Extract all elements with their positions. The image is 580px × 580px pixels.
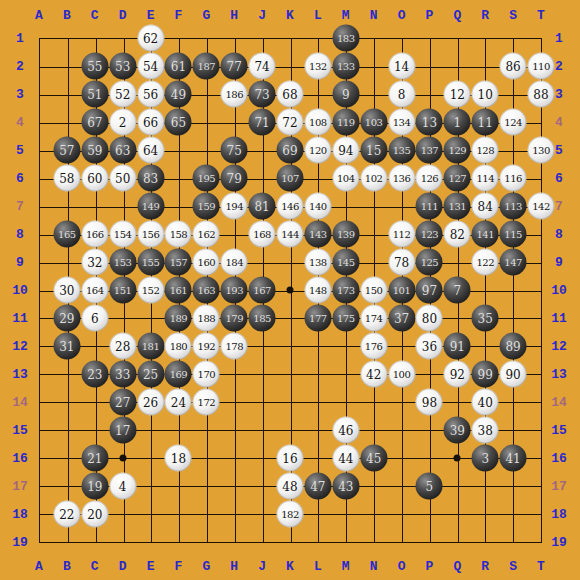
stone-white-188-G11[interactable]: 188	[193, 305, 220, 332]
stone-white-40-R14[interactable]: 40	[472, 389, 499, 416]
stone-number: 164	[86, 286, 104, 296]
stone-white-136-O6[interactable]: 136	[388, 165, 415, 192]
stone-black-149-E7[interactable]: 149	[137, 193, 164, 220]
stone-white-52-D3[interactable]: 52	[109, 81, 136, 108]
stone-black-83-E6[interactable]: 83	[137, 165, 164, 192]
stone-white-94-M5[interactable]: 94	[332, 137, 359, 164]
col-label-top-P: P	[426, 8, 434, 23]
stone-black-15-N5[interactable]: 15	[360, 137, 387, 164]
stone-black-195-G6[interactable]: 195	[193, 165, 220, 192]
stone-number: 146	[281, 202, 299, 212]
stone-number: 90	[505, 369, 520, 381]
grid-cell	[263, 374, 291, 402]
stone-number: 170	[198, 370, 216, 380]
stone-number: 10	[478, 89, 493, 101]
stone-black-45-N16[interactable]: 45	[360, 445, 387, 472]
stone-white-4-D17[interactable]: 4	[109, 473, 136, 500]
row-label-left-13: 13	[12, 367, 28, 382]
stone-black-127-Q6[interactable]: 127	[444, 165, 471, 192]
stone-white-170-G13[interactable]: 170	[193, 361, 220, 388]
stone-number: 163	[198, 286, 216, 296]
col-label-bottom-H: H	[230, 559, 238, 574]
stone-white-60-C6[interactable]: 60	[81, 165, 108, 192]
stone-white-80-P11[interactable]: 80	[416, 305, 443, 332]
stone-white-146-K7[interactable]: 146	[277, 193, 304, 220]
stone-number: 148	[309, 286, 327, 296]
stone-black-173-M10[interactable]: 173	[332, 277, 359, 304]
stone-black-125-P9[interactable]: 125	[416, 249, 443, 276]
stone-white-56-E3[interactable]: 56	[137, 81, 164, 108]
grid-cell	[318, 374, 346, 402]
stone-number: 92	[450, 369, 465, 381]
stone-white-104-M6[interactable]: 104	[332, 165, 359, 192]
hoshi-point-K10	[287, 287, 294, 294]
stone-black-107-K6[interactable]: 107	[277, 165, 304, 192]
stone-number: 27	[115, 397, 130, 409]
stone-number: 187	[198, 62, 216, 72]
stone-number: 37	[394, 313, 409, 325]
stone-number: 165	[58, 230, 76, 240]
stone-white-172-G14[interactable]: 172	[193, 389, 220, 416]
stone-number: 141	[476, 230, 494, 240]
stone-number: 195	[198, 174, 216, 184]
stone-number: 99	[478, 369, 493, 381]
stone-black-183-M1[interactable]: 183	[332, 25, 359, 52]
stone-white-130-T5[interactable]: 130	[528, 137, 555, 164]
stone-black-175-M11[interactable]: 175	[332, 305, 359, 332]
stone-white-194-H7[interactable]: 194	[221, 193, 248, 220]
stone-number: 142	[532, 202, 550, 212]
stone-number: 160	[198, 258, 216, 268]
stone-black-47-L17[interactable]: 47	[304, 473, 331, 500]
stone-white-150-N10[interactable]: 150	[360, 277, 387, 304]
stone-black-147-S9[interactable]: 147	[500, 249, 527, 276]
grid-cell	[458, 39, 486, 67]
stone-number: 122	[476, 258, 494, 268]
stone-white-144-K8[interactable]: 144	[277, 221, 304, 248]
stone-white-54-E2[interactable]: 54	[137, 53, 164, 80]
stone-number: 44	[338, 453, 353, 465]
stone-number: 22	[59, 509, 74, 521]
stone-number: 192	[198, 342, 216, 352]
stone-number: 6	[91, 313, 99, 325]
stone-white-20-C18[interactable]: 20	[81, 501, 108, 528]
stone-white-100-O13[interactable]: 100	[388, 361, 415, 388]
stone-black-119-M4[interactable]: 119	[332, 109, 359, 136]
stone-white-192-G12[interactable]: 192	[193, 333, 220, 360]
stone-number: 45	[366, 453, 381, 465]
col-label-top-D: D	[119, 8, 127, 23]
stone-white-68-K3[interactable]: 68	[277, 81, 304, 108]
stone-white-18-F16[interactable]: 18	[165, 445, 192, 472]
stone-white-152-E10[interactable]: 152	[137, 277, 164, 304]
grid-cell	[513, 486, 541, 514]
stone-white-42-N13[interactable]: 42	[360, 361, 387, 388]
stone-white-184-H9[interactable]: 184	[221, 249, 248, 276]
stone-white-78-O9[interactable]: 78	[388, 249, 415, 276]
stone-number: 13	[422, 117, 437, 129]
stone-black-179-H11[interactable]: 179	[221, 305, 248, 332]
stone-number: 128	[476, 146, 494, 156]
stone-number: 74	[254, 61, 269, 73]
stone-number: 38	[478, 425, 493, 437]
stone-white-142-T7[interactable]: 142	[528, 193, 555, 220]
stone-white-108-L4[interactable]: 108	[304, 109, 331, 136]
stone-number: 3	[481, 453, 489, 465]
stone-black-1-Q4[interactable]: 1	[444, 109, 471, 136]
stone-number: 51	[87, 89, 102, 101]
stone-number: 11	[478, 117, 493, 129]
stone-number: 113	[504, 202, 522, 212]
stone-number: 49	[171, 89, 186, 101]
stone-white-174-N11[interactable]: 174	[360, 305, 387, 332]
row-label-right-5: 5	[555, 143, 563, 158]
stone-black-9-M3[interactable]: 9	[332, 81, 359, 108]
stone-black-73-J3[interactable]: 73	[249, 81, 276, 108]
stone-white-176-N12[interactable]: 176	[360, 333, 387, 360]
stone-black-37-O11[interactable]: 37	[388, 305, 415, 332]
stone-black-155-E9[interactable]: 155	[137, 249, 164, 276]
stone-black-35-R11[interactable]: 35	[472, 305, 499, 332]
grid-cell	[207, 486, 235, 514]
stone-black-111-P7[interactable]: 111	[416, 193, 443, 220]
stone-white-72-K4[interactable]: 72	[277, 109, 304, 136]
stone-number: 114	[476, 174, 494, 184]
stone-black-71-J4[interactable]: 71	[249, 109, 276, 136]
row-label-left-9: 9	[16, 255, 24, 270]
stone-white-156-E8[interactable]: 156	[137, 221, 164, 248]
stone-white-64-E5[interactable]: 64	[137, 137, 164, 164]
stone-number: 5	[426, 481, 434, 493]
stone-black-133-M2[interactable]: 133	[332, 53, 359, 80]
stone-white-164-C10[interactable]: 164	[81, 277, 108, 304]
stone-white-50-D6[interactable]: 50	[109, 165, 136, 192]
stone-white-116-S6[interactable]: 116	[500, 165, 527, 192]
col-label-bottom-M: M	[342, 559, 350, 574]
stone-white-62-E1[interactable]: 62	[137, 25, 164, 52]
stone-number: 36	[422, 341, 437, 353]
stone-white-160-G9[interactable]: 160	[193, 249, 220, 276]
stone-black-75-H5[interactable]: 75	[221, 137, 248, 164]
stone-black-49-F3[interactable]: 49	[165, 81, 192, 108]
stone-white-148-L10[interactable]: 148	[304, 277, 331, 304]
stone-black-99-R13[interactable]: 99	[472, 361, 499, 388]
stone-number: 14	[394, 61, 409, 73]
stone-number: 184	[225, 258, 243, 268]
stone-white-12-Q3[interactable]: 12	[444, 81, 471, 108]
grid-cell	[40, 95, 68, 123]
row-label-left-19: 19	[12, 535, 28, 550]
stone-black-153-D9[interactable]: 153	[109, 249, 136, 276]
stone-black-67-C4[interactable]: 67	[81, 109, 108, 136]
col-label-bottom-R: R	[481, 559, 489, 574]
stone-number: 7	[454, 285, 462, 297]
stone-white-46-M15[interactable]: 46	[332, 417, 359, 444]
stone-number: 132	[309, 62, 327, 72]
stone-white-162-G8[interactable]: 162	[193, 221, 220, 248]
stone-black-53-D2[interactable]: 53	[109, 53, 136, 80]
grid-cell	[430, 514, 458, 542]
stone-white-24-F14[interactable]: 24	[165, 389, 192, 416]
stone-black-43-M17[interactable]: 43	[332, 473, 359, 500]
stone-black-7-Q10[interactable]: 7	[444, 277, 471, 304]
stone-number: 152	[142, 286, 160, 296]
stone-black-165-B8[interactable]: 165	[53, 221, 80, 248]
stone-black-55-C2[interactable]: 55	[81, 53, 108, 80]
stone-black-159-G7[interactable]: 159	[193, 193, 220, 220]
row-label-right-7: 7	[555, 199, 563, 214]
stone-number: 150	[365, 286, 383, 296]
stone-white-28-D12[interactable]: 28	[109, 333, 136, 360]
stone-black-103-N4[interactable]: 103	[360, 109, 387, 136]
stone-white-92-Q13[interactable]: 92	[444, 361, 471, 388]
col-label-top-T: T	[537, 8, 545, 23]
col-label-bottom-P: P	[426, 559, 434, 574]
stone-white-36-P12[interactable]: 36	[416, 333, 443, 360]
stone-number: 134	[393, 118, 411, 128]
stone-white-102-N6[interactable]: 102	[360, 165, 387, 192]
stone-black-81-J7[interactable]: 81	[249, 193, 276, 220]
stone-black-161-F10[interactable]: 161	[165, 277, 192, 304]
stone-black-185-J11[interactable]: 185	[249, 305, 276, 332]
stone-black-139-M8[interactable]: 139	[332, 221, 359, 248]
stone-black-17-D15[interactable]: 17	[109, 417, 136, 444]
stone-white-90-S13[interactable]: 90	[500, 361, 527, 388]
stone-number: 116	[504, 174, 522, 184]
stone-black-141-R8[interactable]: 141	[472, 221, 499, 248]
stone-black-13-P4[interactable]: 13	[416, 109, 443, 136]
stone-black-79-H6[interactable]: 79	[221, 165, 248, 192]
stone-number: 60	[87, 173, 102, 185]
grid-cell	[374, 402, 402, 430]
stone-white-32-C9[interactable]: 32	[81, 249, 108, 276]
stone-white-120-L5[interactable]: 120	[304, 137, 331, 164]
stone-black-33-D13[interactable]: 33	[109, 361, 136, 388]
stone-white-178-H12[interactable]: 178	[221, 333, 248, 360]
stone-number: 17	[115, 425, 130, 437]
stone-number: 19	[87, 481, 102, 493]
stone-white-140-L7[interactable]: 140	[304, 193, 331, 220]
stone-number: 33	[115, 369, 130, 381]
stone-white-128-R5[interactable]: 128	[472, 137, 499, 164]
stone-white-158-F8[interactable]: 158	[165, 221, 192, 248]
row-label-right-9: 9	[555, 255, 563, 270]
row-label-right-13: 13	[551, 367, 567, 382]
stone-number: 175	[337, 314, 355, 324]
col-label-bottom-B: B	[63, 559, 71, 574]
stone-black-11-R4[interactable]: 11	[472, 109, 499, 136]
stone-black-5-P17[interactable]: 5	[416, 473, 443, 500]
stone-number: 112	[393, 230, 411, 240]
stone-number: 86	[505, 61, 520, 73]
stone-black-29-B11[interactable]: 29	[53, 305, 80, 332]
stone-white-132-L2[interactable]: 132	[304, 53, 331, 80]
col-label-bottom-A: A	[35, 559, 43, 574]
stone-black-163-G10[interactable]: 163	[193, 277, 220, 304]
row-label-right-3: 3	[555, 87, 563, 102]
stone-white-186-H3[interactable]: 186	[221, 81, 248, 108]
stone-white-74-J2[interactable]: 74	[249, 53, 276, 80]
stone-black-23-C13[interactable]: 23	[81, 361, 108, 388]
stone-white-58-B6[interactable]: 58	[53, 165, 80, 192]
stone-black-25-E13[interactable]: 25	[137, 361, 164, 388]
stone-black-57-B5[interactable]: 57	[53, 137, 80, 164]
stone-number: 42	[366, 369, 381, 381]
stone-black-39-Q15[interactable]: 39	[444, 417, 471, 444]
stone-white-16-K16[interactable]: 16	[277, 445, 304, 472]
stone-black-135-O5[interactable]: 135	[388, 137, 415, 164]
stone-black-31-B12[interactable]: 31	[53, 333, 80, 360]
stone-black-167-J10[interactable]: 167	[249, 277, 276, 304]
stone-black-151-D10[interactable]: 151	[109, 277, 136, 304]
stone-white-82-Q8[interactable]: 82	[444, 221, 471, 248]
stone-white-138-L9[interactable]: 138	[304, 249, 331, 276]
stone-number: 62	[143, 33, 158, 45]
row-label-right-10: 10	[551, 283, 567, 298]
stone-number: 66	[143, 117, 158, 129]
grid-cell	[458, 486, 486, 514]
stone-number: 8	[398, 89, 406, 101]
grid-cell	[430, 39, 458, 67]
stone-black-65-F4[interactable]: 65	[165, 109, 192, 136]
stone-number: 111	[421, 202, 439, 212]
stone-black-101-O10[interactable]: 101	[388, 277, 415, 304]
stone-white-84-R7[interactable]: 84	[472, 193, 499, 220]
stone-number: 131	[449, 202, 467, 212]
stone-white-2-D4[interactable]: 2	[109, 109, 136, 136]
stone-number: 126	[421, 174, 439, 184]
stone-black-89-S12[interactable]: 89	[500, 333, 527, 360]
stone-white-8-O3[interactable]: 8	[388, 81, 415, 108]
stone-number: 158	[170, 230, 188, 240]
stone-black-189-F11[interactable]: 189	[165, 305, 192, 332]
stone-white-114-R6[interactable]: 114	[472, 165, 499, 192]
stone-white-98-P14[interactable]: 98	[416, 389, 443, 416]
grid-cell	[235, 486, 263, 514]
stone-white-86-S2[interactable]: 86	[500, 53, 527, 80]
stone-white-88-T3[interactable]: 88	[528, 81, 555, 108]
stone-number: 162	[198, 230, 216, 240]
row-label-right-16: 16	[551, 451, 567, 466]
stone-white-14-O2[interactable]: 14	[388, 53, 415, 80]
stone-black-157-F9[interactable]: 157	[165, 249, 192, 276]
row-label-left-2: 2	[16, 59, 24, 74]
stone-black-41-S16[interactable]: 41	[500, 445, 527, 472]
row-label-left-6: 6	[16, 171, 24, 186]
grid-cell	[207, 458, 235, 486]
col-label-bottom-K: K	[286, 559, 294, 574]
stone-black-169-F13[interactable]: 169	[165, 361, 192, 388]
stone-number: 194	[225, 202, 243, 212]
stone-black-63-D5[interactable]: 63	[109, 137, 136, 164]
stone-black-91-Q12[interactable]: 91	[444, 333, 471, 360]
grid-cell	[124, 514, 152, 542]
stone-white-124-S4[interactable]: 124	[500, 109, 527, 136]
stone-white-168-J8[interactable]: 168	[249, 221, 276, 248]
stone-black-177-L11[interactable]: 177	[304, 305, 331, 332]
col-label-top-B: B	[63, 8, 71, 23]
stone-white-6-C11[interactable]: 6	[81, 305, 108, 332]
stone-number: 130	[532, 146, 550, 156]
stone-black-145-M9[interactable]: 145	[332, 249, 359, 276]
stone-black-181-E12[interactable]: 181	[137, 333, 164, 360]
row-label-right-18: 18	[551, 507, 567, 522]
stone-white-134-O4[interactable]: 134	[388, 109, 415, 136]
row-label-left-8: 8	[16, 227, 24, 242]
stone-white-180-F12[interactable]: 180	[165, 333, 192, 360]
stone-number: 55	[87, 61, 102, 73]
stone-black-129-Q5[interactable]: 129	[444, 137, 471, 164]
stone-white-126-P6[interactable]: 126	[416, 165, 443, 192]
stone-white-10-R3[interactable]: 10	[472, 81, 499, 108]
stone-number: 59	[87, 145, 102, 157]
stone-white-110-T2[interactable]: 110	[528, 53, 555, 80]
stone-number: 136	[393, 174, 411, 184]
stone-white-122-R9[interactable]: 122	[472, 249, 499, 276]
stone-number: 169	[170, 370, 188, 380]
stone-black-131-Q7[interactable]: 131	[444, 193, 471, 220]
stone-white-182-K18[interactable]: 182	[277, 501, 304, 528]
stone-black-59-C5[interactable]: 59	[81, 137, 108, 164]
stone-black-77-H2[interactable]: 77	[221, 53, 248, 80]
stone-white-112-O8[interactable]: 112	[388, 221, 415, 248]
stone-black-51-C3[interactable]: 51	[81, 81, 108, 108]
stone-black-69-K5[interactable]: 69	[277, 137, 304, 164]
stone-black-187-G2[interactable]: 187	[193, 53, 220, 80]
stone-black-115-S8[interactable]: 115	[500, 221, 527, 248]
stone-white-38-R15[interactable]: 38	[472, 417, 499, 444]
stone-white-154-D8[interactable]: 154	[109, 221, 136, 248]
grid-cell	[458, 514, 486, 542]
stone-white-44-M16[interactable]: 44	[332, 445, 359, 472]
stone-number: 120	[309, 146, 327, 156]
stone-number: 154	[114, 230, 132, 240]
stone-white-26-E14[interactable]: 26	[137, 389, 164, 416]
stone-black-21-C16[interactable]: 21	[81, 445, 108, 472]
stone-black-97-P10[interactable]: 97	[416, 277, 443, 304]
stone-black-123-P8[interactable]: 123	[416, 221, 443, 248]
stone-black-137-P5[interactable]: 137	[416, 137, 443, 164]
stone-number: 167	[253, 286, 271, 296]
stone-black-113-S7[interactable]: 113	[500, 193, 527, 220]
col-label-top-A: A	[35, 8, 43, 23]
stone-black-193-H10[interactable]: 193	[221, 277, 248, 304]
stone-number: 159	[198, 202, 216, 212]
stone-white-22-B18[interactable]: 22	[53, 501, 80, 528]
stone-black-143-L8[interactable]: 143	[304, 221, 331, 248]
stone-number: 135	[393, 146, 411, 156]
stone-black-3-R16[interactable]: 3	[472, 445, 499, 472]
stone-number: 1	[454, 117, 462, 129]
stone-white-30-B10[interactable]: 30	[53, 277, 80, 304]
stone-white-66-E4[interactable]: 66	[137, 109, 164, 136]
row-label-left-5: 5	[16, 143, 24, 158]
stone-black-61-F2[interactable]: 61	[165, 53, 192, 80]
stone-black-19-C17[interactable]: 19	[81, 473, 108, 500]
stone-white-166-C8[interactable]: 166	[81, 221, 108, 248]
stone-number: 188	[198, 314, 216, 324]
stone-number: 23	[87, 369, 102, 381]
col-label-bottom-E: E	[147, 559, 155, 574]
stone-white-48-K17[interactable]: 48	[277, 473, 304, 500]
go-board-viewer: AABBCCDDEEFFGGHHJJKKLLMMNNOOPPQQRRSSTT11…	[0, 0, 580, 580]
stone-number: 139	[337, 230, 355, 240]
col-label-bottom-O: O	[398, 559, 406, 574]
stone-number: 2	[119, 117, 127, 129]
stone-black-27-D14[interactable]: 27	[109, 389, 136, 416]
row-label-right-12: 12	[551, 339, 567, 354]
row-label-right-17: 17	[551, 479, 567, 494]
